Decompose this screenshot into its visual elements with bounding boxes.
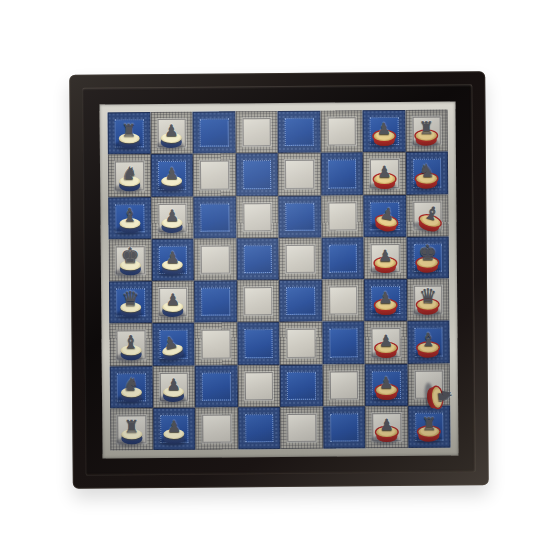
square-r8c1[interactable]: ♜: [110, 408, 153, 451]
black-rook[interactable]: ♜: [411, 109, 441, 147]
square-r8c6[interactable]: [323, 406, 366, 449]
square-inset: [200, 161, 229, 189]
square-inset: [245, 414, 274, 442]
square-r7c6[interactable]: [322, 364, 365, 407]
black-bishop[interactable]: ♝: [412, 191, 451, 236]
black-rook-glyph: ♜: [419, 120, 434, 137]
black-pawn-glyph: ♟: [378, 290, 392, 306]
square-r1c2[interactable]: ♟: [150, 112, 193, 155]
square-r4c4[interactable]: [236, 238, 279, 281]
square-r8c7[interactable]: ♟: [365, 406, 408, 449]
white-pawn[interactable]: ♟: [158, 280, 188, 318]
square-r8c2[interactable]: ♟: [153, 407, 196, 450]
square-r1c7[interactable]: ♟: [363, 110, 406, 153]
white-bishop[interactable]: ♝: [116, 323, 146, 361]
square-inset: [328, 202, 357, 230]
metal-rim: ♜♟♟♜♞♟♟♞♝♟♟♝♚♟♟♚♛♟♟♛♝♟♟♝♞♟♟♞♜♟♟♜: [99, 101, 458, 458]
white-pawn-glyph: ♟: [167, 419, 181, 435]
square-inset: [329, 371, 358, 399]
square-inset: [244, 287, 273, 315]
square-inset: [202, 372, 231, 400]
white-king[interactable]: ♚: [115, 238, 145, 276]
black-pawn-glyph: ♟: [379, 333, 393, 349]
black-pawn[interactable]: ♟: [371, 405, 401, 443]
square-r5c5[interactable]: [279, 280, 322, 323]
black-queen-glyph: ♛: [419, 286, 437, 306]
square-r1c3[interactable]: [193, 111, 236, 154]
square-r2c6[interactable]: [320, 153, 363, 196]
square-inset: [243, 245, 272, 273]
square-r4c1[interactable]: ♚: [109, 239, 152, 282]
chess-board: ♜♟♟♜♞♟♟♞♝♟♟♝♚♟♟♚♛♟♟♛♝♟♟♝♞♟♟♞♜♟♟♜: [108, 110, 451, 451]
square-r6c4[interactable]: [237, 322, 280, 365]
square-inset: [200, 203, 229, 231]
square-inset: [202, 414, 231, 442]
square-inset: [201, 330, 230, 358]
white-knight[interactable]: ♞: [116, 365, 146, 403]
square-r2c4[interactable]: [235, 153, 278, 196]
square-r8c8[interactable]: ♜: [408, 405, 451, 448]
square-r5c6[interactable]: [321, 279, 364, 322]
black-pawn[interactable]: ♟: [370, 278, 400, 316]
square-r2c7[interactable]: ♟: [363, 152, 406, 195]
black-pawn-glyph: ♟: [377, 164, 391, 180]
chessboard-frame: ♜♟♟♜♞♟♟♞♝♟♟♝♚♟♟♚♛♟♟♛♝♟♟♝♞♟♟♞♜♟♟♜: [69, 71, 489, 489]
black-bishop-glyph: ♝: [420, 330, 436, 348]
square-r3c8[interactable]: ♝: [406, 194, 449, 237]
square-r3c7[interactable]: ♟: [363, 194, 406, 237]
square-r4c3[interactable]: [194, 238, 237, 281]
square-inset: [242, 118, 271, 146]
black-knight[interactable]: ♞: [412, 151, 442, 189]
square-r1c6[interactable]: [320, 110, 363, 153]
square-r8c3[interactable]: [195, 407, 238, 450]
square-inset: [243, 203, 272, 231]
square-r7c3[interactable]: [195, 365, 238, 408]
square-inset: [287, 413, 316, 441]
square-r7c5[interactable]: [280, 364, 323, 407]
white-pawn[interactable]: ♟: [159, 407, 189, 445]
black-pawn[interactable]: ♟: [370, 236, 400, 274]
black-rook-glyph: ♜: [421, 416, 436, 433]
square-r6c7[interactable]: ♟: [364, 321, 407, 364]
square-r6c8[interactable]: ♝: [407, 321, 450, 364]
square-inset: [201, 287, 230, 315]
photo-background: ♜♟♟♜♞♟♟♞♝♟♟♝♚♟♟♚♛♟♟♛♝♟♟♝♞♟♟♞♜♟♟♜: [0, 0, 560, 560]
black-king[interactable]: ♚: [412, 236, 442, 274]
black-pawn[interactable]: ♟: [370, 192, 407, 235]
white-knight-glyph: ♞: [123, 375, 139, 393]
square-r4c6[interactable]: [321, 237, 364, 280]
square-inset: [285, 160, 314, 188]
square-r7c1[interactable]: ♞: [110, 366, 153, 409]
black-king-glyph: ♚: [418, 243, 437, 264]
square-r6c2[interactable]: ♟: [152, 323, 195, 366]
square-r3c1[interactable]: ♝: [108, 197, 151, 240]
white-pawn-glyph: ♟: [165, 208, 179, 224]
square-r5c1[interactable]: ♛: [109, 281, 152, 324]
square-r5c8[interactable]: ♛: [406, 279, 449, 322]
white-pawn[interactable]: ♟: [151, 320, 189, 364]
square-inset: [244, 372, 273, 400]
white-pawn[interactable]: ♟: [158, 365, 188, 403]
square-r5c2[interactable]: ♟: [152, 281, 195, 324]
black-queen[interactable]: ♛: [413, 278, 443, 316]
square-r4c7[interactable]: ♟: [364, 237, 407, 280]
white-bishop-glyph: ♝: [122, 206, 138, 224]
black-pawn-glyph: ♟: [378, 248, 392, 264]
white-bishop[interactable]: ♝: [115, 196, 145, 234]
square-inset: [327, 160, 356, 188]
square-r3c5[interactable]: [278, 195, 321, 238]
white-pawn-glyph: ♟: [165, 250, 179, 266]
square-r3c2[interactable]: ♟: [151, 196, 194, 239]
white-rook-glyph: ♜: [121, 122, 136, 139]
white-knight[interactable]: ♞: [114, 154, 144, 192]
square-r2c5[interactable]: [278, 153, 321, 196]
square-inset: [244, 329, 273, 357]
square-r4c8[interactable]: ♚: [406, 236, 449, 279]
black-bishop[interactable]: ♝: [413, 320, 443, 358]
square-r7c7[interactable]: ♟: [365, 363, 408, 406]
black-pawn-glyph: ♟: [379, 375, 393, 391]
white-bishop-glyph: ♝: [123, 333, 139, 351]
square-r1c1[interactable]: ♜: [108, 112, 151, 155]
white-rook-glyph: ♜: [124, 418, 139, 435]
square-r3c4[interactable]: [236, 196, 279, 239]
square-inset: [286, 244, 315, 272]
black-pawn-glyph: ♟: [379, 417, 393, 433]
white-queen[interactable]: ♛: [115, 280, 145, 318]
square-r4c5[interactable]: [279, 237, 322, 280]
square-inset: [330, 413, 359, 441]
square-r2c2[interactable]: ♟: [150, 154, 193, 197]
white-pawn[interactable]: ♟: [157, 153, 187, 191]
square-r3c6[interactable]: [321, 195, 364, 238]
black-knight-glyph: ♞: [435, 387, 454, 405]
black-pawn[interactable]: ♟: [369, 109, 399, 147]
white-pawn-glyph: ♟: [165, 165, 179, 181]
square-r2c8[interactable]: ♞: [405, 152, 448, 195]
square-r6c1[interactable]: ♝: [109, 323, 152, 366]
square-r6c3[interactable]: [194, 323, 237, 366]
square-inset: [285, 202, 314, 230]
black-knight-glyph: ♞: [419, 161, 435, 179]
square-r1c5[interactable]: [278, 111, 321, 154]
square-r7c8[interactable]: ♞: [407, 363, 450, 406]
white-king-glyph: ♚: [121, 245, 140, 266]
white-pawn[interactable]: ♟: [156, 111, 186, 149]
square-r2c1[interactable]: ♞: [108, 154, 151, 197]
square-inset: [327, 117, 356, 145]
black-pawn[interactable]: ♟: [369, 151, 399, 189]
square-inset: [200, 118, 229, 146]
square-r8c5[interactable]: [280, 406, 323, 449]
square-r1c8[interactable]: ♜: [405, 110, 448, 153]
square-inset: [287, 371, 316, 399]
black-pawn-glyph: ♟: [377, 121, 391, 137]
square-r8c4[interactable]: [238, 407, 281, 450]
square-r2c3[interactable]: [193, 154, 236, 197]
square-r4c2[interactable]: ♟: [151, 238, 194, 281]
square-inset: [329, 286, 358, 314]
white-rook[interactable]: ♜: [116, 407, 146, 445]
square-inset: [285, 118, 314, 146]
white-pawn[interactable]: ♟: [157, 196, 187, 234]
white-pawn-glyph: ♟: [166, 377, 180, 393]
white-pawn-glyph: ♟: [161, 333, 178, 352]
square-inset: [329, 329, 358, 357]
square-r3c3[interactable]: [193, 196, 236, 239]
square-r5c3[interactable]: [194, 280, 237, 323]
square-r7c2[interactable]: ♟: [152, 365, 195, 408]
square-r5c7[interactable]: ♟: [364, 279, 407, 322]
black-pawn[interactable]: ♟: [371, 363, 401, 401]
square-inset: [242, 160, 271, 188]
white-queen-glyph: ♛: [121, 288, 139, 308]
square-inset: [286, 329, 315, 357]
square-r7c4[interactable]: [237, 364, 280, 407]
square-inset: [286, 287, 315, 315]
square-r6c6[interactable]: [322, 322, 365, 365]
square-inset: [201, 245, 230, 273]
black-rook[interactable]: ♜: [414, 405, 444, 443]
black-pawn[interactable]: ♟: [371, 320, 401, 358]
white-rook[interactable]: ♜: [114, 111, 144, 149]
white-knight-glyph: ♞: [121, 164, 137, 182]
frame-inner-bevel: ♜♟♟♜♞♟♟♞♝♟♟♝♚♟♟♚♛♟♟♛♝♟♟♝♞♟♟♞♜♟♟♜: [82, 84, 475, 475]
white-pawn-glyph: ♟: [166, 292, 180, 308]
square-r1c4[interactable]: [235, 111, 278, 154]
square-r6c5[interactable]: [279, 322, 322, 365]
white-pawn-glyph: ♟: [164, 123, 178, 139]
square-inset: [328, 244, 357, 272]
white-pawn[interactable]: ♟: [157, 238, 187, 276]
square-r5c4[interactable]: [237, 280, 280, 323]
